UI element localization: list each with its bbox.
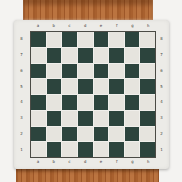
square-f6 [109, 64, 124, 79]
square-a4 [31, 95, 46, 110]
rank-label-6: 6 [158, 63, 165, 79]
file-label-c: c [62, 23, 78, 29]
square-d5 [78, 79, 93, 94]
rank-label-5: 5 [158, 79, 165, 95]
square-c7 [62, 48, 77, 63]
square-f4 [109, 95, 124, 110]
square-b7 [47, 48, 62, 63]
square-h2 [140, 127, 155, 142]
square-h8 [140, 32, 155, 47]
square-d4 [78, 95, 93, 110]
file-label-h: h [140, 23, 156, 29]
chess-board [30, 31, 156, 158]
rank-label-8: 8 [18, 31, 25, 47]
file-label-c: c [62, 159, 78, 165]
square-d6 [78, 64, 93, 79]
square-h6 [140, 64, 155, 79]
square-f1 [109, 142, 124, 157]
file-labels-top: abcdefgh [30, 23, 156, 29]
square-c1 [62, 142, 77, 157]
wooden-table-bottom [16, 169, 159, 182]
square-b3 [47, 111, 62, 126]
square-f7 [109, 48, 124, 63]
square-e2 [94, 127, 109, 142]
square-a8 [31, 32, 46, 47]
photo-scene: abcdefgh abcdefgh 87654321 87654321 [0, 0, 182, 182]
square-a6 [31, 64, 46, 79]
square-g7 [125, 48, 140, 63]
square-d7 [78, 48, 93, 63]
square-a2 [31, 127, 46, 142]
square-e1 [94, 142, 109, 157]
vinyl-mat: abcdefgh abcdefgh 87654321 87654321 [14, 20, 169, 169]
rank-label-2: 2 [18, 126, 25, 142]
square-h7 [140, 48, 155, 63]
rank-label-4: 4 [158, 95, 165, 111]
square-g3 [125, 111, 140, 126]
square-h4 [140, 95, 155, 110]
square-e7 [94, 48, 109, 63]
square-b6 [47, 64, 62, 79]
square-d8 [78, 32, 93, 47]
square-b2 [47, 127, 62, 142]
file-label-a: a [30, 23, 46, 29]
file-label-e: e [93, 159, 109, 165]
square-f3 [109, 111, 124, 126]
square-a3 [31, 111, 46, 126]
rank-label-1: 1 [158, 142, 165, 158]
square-a1 [31, 142, 46, 157]
rank-label-2: 2 [158, 126, 165, 142]
rank-labels-right: 87654321 [158, 31, 165, 158]
rank-label-7: 7 [18, 47, 25, 63]
wooden-table-top [23, 0, 153, 21]
square-e3 [94, 111, 109, 126]
square-g2 [125, 127, 140, 142]
file-label-g: g [125, 23, 141, 29]
square-a7 [31, 48, 46, 63]
square-b5 [47, 79, 62, 94]
square-e5 [94, 79, 109, 94]
square-e6 [94, 64, 109, 79]
rank-label-8: 8 [158, 31, 165, 47]
square-h3 [140, 111, 155, 126]
square-c2 [62, 127, 77, 142]
file-labels-bottom: abcdefgh [30, 159, 156, 165]
square-c8 [62, 32, 77, 47]
square-b8 [47, 32, 62, 47]
file-label-e: e [93, 23, 109, 29]
square-c5 [62, 79, 77, 94]
square-h5 [140, 79, 155, 94]
rank-label-4: 4 [18, 95, 25, 111]
rank-label-6: 6 [18, 63, 25, 79]
rank-label-1: 1 [18, 142, 25, 158]
square-d2 [78, 127, 93, 142]
square-g4 [125, 95, 140, 110]
square-f5 [109, 79, 124, 94]
file-label-b: b [46, 23, 62, 29]
square-c3 [62, 111, 77, 126]
square-e4 [94, 95, 109, 110]
file-label-b: b [46, 159, 62, 165]
square-f8 [109, 32, 124, 47]
file-label-f: f [109, 23, 125, 29]
square-g5 [125, 79, 140, 94]
rank-label-3: 3 [18, 110, 25, 126]
square-d1 [78, 142, 93, 157]
square-c6 [62, 64, 77, 79]
square-b1 [47, 142, 62, 157]
file-label-g: g [125, 159, 141, 165]
rank-label-5: 5 [18, 79, 25, 95]
rank-label-3: 3 [158, 110, 165, 126]
rank-label-7: 7 [158, 47, 165, 63]
square-g8 [125, 32, 140, 47]
square-h1 [140, 142, 155, 157]
square-c4 [62, 95, 77, 110]
square-g1 [125, 142, 140, 157]
file-label-d: d [77, 159, 93, 165]
rank-labels-left: 87654321 [18, 31, 25, 158]
file-label-f: f [109, 159, 125, 165]
file-label-h: h [140, 159, 156, 165]
square-f2 [109, 127, 124, 142]
file-label-d: d [77, 23, 93, 29]
file-label-a: a [30, 159, 46, 165]
square-a5 [31, 79, 46, 94]
square-d3 [78, 111, 93, 126]
square-g6 [125, 64, 140, 79]
square-b4 [47, 95, 62, 110]
square-e8 [94, 32, 109, 47]
